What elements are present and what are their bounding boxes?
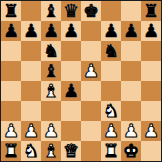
piece-white-bishop[interactable]: ♝ [43,141,59,161]
piece-white-pawn[interactable]: ♟ [43,121,59,141]
piece-black-rook[interactable]: ♜ [143,1,159,21]
square-b3[interactable] [21,101,41,121]
square-f5[interactable] [101,61,121,81]
piece-black-knight[interactable]: ♞ [43,41,59,61]
square-e6[interactable] [81,41,101,61]
piece-white-rook[interactable]: ♜ [103,141,119,161]
square-c8[interactable]: ♝ [41,1,61,21]
piece-black-rook[interactable]: ♜ [3,1,19,21]
square-f4[interactable] [101,81,121,101]
square-c4[interactable]: ♝ [41,81,61,101]
piece-white-pawn[interactable]: ♟ [23,121,39,141]
square-b1[interactable]: ♞ [21,141,41,161]
square-b4[interactable] [21,81,41,101]
square-d4[interactable]: ♟ [61,81,81,101]
piece-black-pawn[interactable]: ♟ [143,21,159,41]
square-b5[interactable] [21,61,41,81]
piece-black-king[interactable]: ♚ [83,1,99,21]
square-a3[interactable] [1,101,21,121]
square-d6[interactable] [61,41,81,61]
square-c1[interactable]: ♝ [41,141,61,161]
square-a1[interactable]: ♜ [1,141,21,161]
piece-black-pawn[interactable]: ♟ [103,21,119,41]
square-f1[interactable]: ♜ [101,141,121,161]
square-c3[interactable] [41,101,61,121]
square-g8[interactable] [121,1,141,21]
square-d1[interactable]: ♛ [61,141,81,161]
piece-white-pawn[interactable]: ♟ [123,121,139,141]
square-d5[interactable] [61,61,81,81]
square-g3[interactable] [121,101,141,121]
square-c5[interactable]: ♝ [41,61,61,81]
square-e8[interactable]: ♚ [81,1,101,21]
square-f8[interactable] [101,1,121,21]
square-a6[interactable] [1,41,21,61]
piece-white-bishop[interactable]: ♝ [43,81,59,101]
square-a5[interactable] [1,61,21,81]
square-e4[interactable] [81,81,101,101]
piece-black-pawn[interactable]: ♟ [23,21,39,41]
square-f2[interactable]: ♟ [101,121,121,141]
piece-white-pawn[interactable]: ♟ [3,121,19,141]
square-a8[interactable]: ♜ [1,1,21,21]
piece-black-pawn[interactable]: ♟ [123,21,139,41]
square-a4[interactable] [1,81,21,101]
square-h3[interactable] [141,101,161,121]
square-e1[interactable] [81,141,101,161]
square-b8[interactable] [21,1,41,21]
piece-white-queen[interactable]: ♛ [63,141,79,161]
square-b2[interactable]: ♟ [21,121,41,141]
piece-white-knight[interactable]: ♞ [23,141,39,161]
square-f7[interactable]: ♟ [101,21,121,41]
square-f3[interactable]: ♞ [101,101,121,121]
piece-black-pawn[interactable]: ♟ [63,21,79,41]
square-h1[interactable] [141,141,161,161]
square-b6[interactable] [21,41,41,61]
piece-black-pawn[interactable]: ♟ [43,21,59,41]
square-a7[interactable]: ♟ [1,21,21,41]
square-g7[interactable]: ♟ [121,21,141,41]
square-c2[interactable]: ♟ [41,121,61,141]
square-g2[interactable]: ♟ [121,121,141,141]
square-h5[interactable] [141,61,161,81]
square-a2[interactable]: ♟ [1,121,21,141]
piece-black-knight[interactable]: ♞ [103,41,119,61]
piece-white-pawn[interactable]: ♟ [103,121,119,141]
square-d8[interactable]: ♛ [61,1,81,21]
piece-white-pawn[interactable]: ♟ [143,121,159,141]
square-d2[interactable] [61,121,81,141]
square-f6[interactable]: ♞ [101,41,121,61]
square-h4[interactable] [141,81,161,101]
piece-white-king[interactable]: ♚ [123,141,139,161]
square-e2[interactable] [81,121,101,141]
square-g6[interactable] [121,41,141,61]
piece-black-queen[interactable]: ♛ [63,1,79,21]
piece-black-pawn[interactable]: ♟ [63,81,79,101]
piece-black-bishop[interactable]: ♝ [43,1,59,21]
square-h2[interactable]: ♟ [141,121,161,141]
square-h6[interactable] [141,41,161,61]
square-g4[interactable] [121,81,141,101]
square-g5[interactable] [121,61,141,81]
square-c6[interactable]: ♞ [41,41,61,61]
square-c7[interactable]: ♟ [41,21,61,41]
square-e7[interactable] [81,21,101,41]
square-e3[interactable] [81,101,101,121]
piece-white-rook[interactable]: ♜ [3,141,19,161]
piece-black-bishop[interactable]: ♝ [43,61,59,81]
square-d7[interactable]: ♟ [61,21,81,41]
piece-white-knight[interactable]: ♞ [103,101,119,121]
piece-white-pawn[interactable]: ♟ [83,61,99,81]
piece-black-pawn[interactable]: ♟ [3,21,19,41]
square-h8[interactable]: ♜ [141,1,161,21]
square-d3[interactable] [61,101,81,121]
chess-board: ♜♝♛♚♜♟♟♟♟♟♟♟♞♞♝♟♝♟♞♟♟♟♟♟♟♜♞♝♛♜♚ [1,1,161,161]
square-g1[interactable]: ♚ [121,141,141,161]
square-e5[interactable]: ♟ [81,61,101,81]
chess-board-frame: ♜♝♛♚♜♟♟♟♟♟♟♟♞♞♝♟♝♟♞♟♟♟♟♟♟♜♞♝♛♜♚ [0,0,162,162]
square-h7[interactable]: ♟ [141,21,161,41]
square-b7[interactable]: ♟ [21,21,41,41]
